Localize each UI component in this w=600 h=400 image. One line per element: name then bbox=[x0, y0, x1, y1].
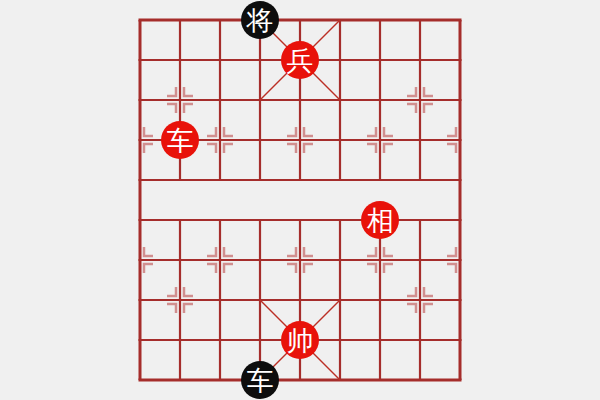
piece-black-chariot[interactable]: 车 bbox=[241, 361, 279, 399]
pieces-layer: 将兵车相帅车 bbox=[120, 0, 480, 400]
piece-black-general[interactable]: 将 bbox=[241, 1, 279, 39]
piece-red-soldier[interactable]: 兵 bbox=[281, 41, 319, 79]
xiangqi-app: 将兵车相帅车 bbox=[0, 0, 600, 400]
piece-red-elephant[interactable]: 相 bbox=[361, 201, 399, 239]
piece-red-general[interactable]: 帅 bbox=[281, 321, 319, 359]
piece-red-chariot[interactable]: 车 bbox=[161, 121, 199, 159]
